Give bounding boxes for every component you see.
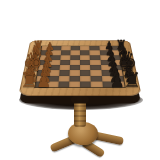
pedestal-column <box>74 97 86 127</box>
board-square[interactable] <box>69 81 80 87</box>
board-square[interactable] <box>58 81 69 87</box>
chess-table-photo: ♜♞♝♛♚♝♞♜♟♟♟♟♟♟♟♟♟♟♟♟♟♟♟♟♜♞♝♛♚♝♞♜ <box>0 0 160 160</box>
board-square[interactable] <box>80 81 91 87</box>
piece-black-rook[interactable]: ♜ <box>123 70 141 90</box>
board-square[interactable] <box>91 81 102 87</box>
piece-white-pawn[interactable]: ♟ <box>36 73 51 90</box>
